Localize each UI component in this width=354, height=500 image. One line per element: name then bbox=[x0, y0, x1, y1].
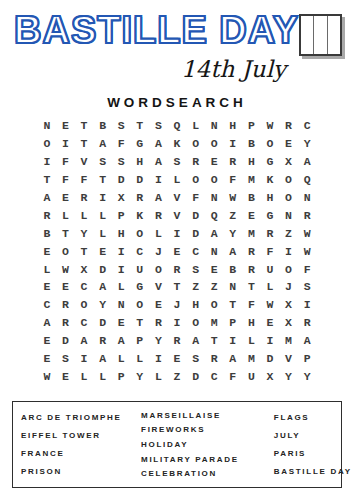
grid-cell: L bbox=[75, 367, 94, 385]
word-item: FIREWORKS bbox=[141, 425, 274, 434]
grid-cell: N bbox=[112, 296, 131, 314]
grid-cell: A bbox=[298, 332, 317, 350]
grid-cell: O bbox=[149, 260, 168, 278]
grid-cell: E bbox=[56, 117, 75, 135]
grid-cell: C bbox=[131, 242, 150, 260]
grid-cell: R bbox=[186, 153, 205, 171]
grid-cell: T bbox=[75, 242, 94, 260]
grid-cell: R bbox=[298, 206, 317, 224]
grid-cell: E bbox=[149, 296, 168, 314]
grid-cell: E bbox=[168, 242, 187, 260]
subtitle: 14th July bbox=[0, 56, 354, 82]
grid-cell: W bbox=[261, 117, 280, 135]
grid-cell: T bbox=[56, 224, 75, 242]
grid-cell: L bbox=[131, 350, 150, 368]
grid-cell: U bbox=[261, 260, 280, 278]
word-item: FLAGS bbox=[274, 413, 352, 422]
grid-cell: Y bbox=[223, 224, 242, 242]
grid-cell: C bbox=[75, 314, 94, 332]
grid-cell: E bbox=[56, 278, 75, 296]
grid-cell: O bbox=[279, 260, 298, 278]
grid-cell: H bbox=[131, 153, 150, 171]
grid-cell: O bbox=[205, 296, 224, 314]
grid-cell: D bbox=[56, 332, 75, 350]
grid-cell: S bbox=[112, 117, 131, 135]
word-column-1: ARC DE TRIOMPHEEIFFEL TOWERFRANCEPRISON bbox=[21, 408, 141, 481]
grid-cell: R bbox=[168, 260, 187, 278]
grid-cell: Y bbox=[279, 367, 298, 385]
french-flag-icon bbox=[299, 14, 342, 56]
grid-cell: F bbox=[261, 242, 280, 260]
grid-cell: L bbox=[93, 224, 112, 242]
grid-cell: T bbox=[131, 314, 150, 332]
grid-cell: T bbox=[168, 278, 187, 296]
grid-cell: F bbox=[242, 296, 261, 314]
grid-cell: I bbox=[149, 171, 168, 189]
grid-cell: B bbox=[223, 260, 242, 278]
grid-cell: X bbox=[261, 367, 280, 385]
grid-cell: T bbox=[242, 278, 261, 296]
grid-cell: L bbox=[149, 367, 168, 385]
grid-cell: W bbox=[56, 260, 75, 278]
grid-cell: R bbox=[261, 224, 280, 242]
grid-cell: H bbox=[186, 296, 205, 314]
grid-cell: R bbox=[38, 206, 57, 224]
grid-cell: U bbox=[131, 260, 150, 278]
grid-cell: O bbox=[131, 296, 150, 314]
grid-cell: Y bbox=[131, 367, 150, 385]
grid-cell: A bbox=[93, 350, 112, 368]
grid-cell: Y bbox=[298, 135, 317, 153]
word-item: MARSEILLAISE bbox=[141, 411, 274, 420]
grid-cell: I bbox=[56, 135, 75, 153]
grid-cell: S bbox=[168, 153, 187, 171]
grid-cell: A bbox=[223, 350, 242, 368]
grid-cell: L bbox=[149, 224, 168, 242]
grid-cell: N bbox=[205, 189, 224, 207]
grid-cell: F bbox=[223, 367, 242, 385]
grid-cell: E bbox=[38, 332, 57, 350]
grid-cell: Z bbox=[205, 278, 224, 296]
grid-cell: T bbox=[38, 171, 57, 189]
grid-cell: Z bbox=[223, 206, 242, 224]
grid-cell: T bbox=[75, 135, 94, 153]
grid-cell: V bbox=[168, 189, 187, 207]
grid-cell: A bbox=[38, 314, 57, 332]
grid-cell: I bbox=[168, 224, 187, 242]
grid-cell: N bbox=[38, 117, 57, 135]
grid-cell: W bbox=[298, 242, 317, 260]
grid-cell: F bbox=[298, 260, 317, 278]
grid-cell: E bbox=[261, 314, 280, 332]
grid-cell: E bbox=[93, 242, 112, 260]
grid-cell: O bbox=[186, 135, 205, 153]
grid-cell: X bbox=[279, 314, 298, 332]
grid-cell: R bbox=[168, 332, 187, 350]
grid-cell: A bbox=[112, 332, 131, 350]
grid-cell: N bbox=[223, 278, 242, 296]
grid-cell: A bbox=[93, 135, 112, 153]
grid-cell: P bbox=[112, 206, 131, 224]
grid-cell: C bbox=[38, 296, 57, 314]
grid-cell: D bbox=[186, 206, 205, 224]
grid-cell: A bbox=[186, 332, 205, 350]
grid-cell: H bbox=[223, 117, 242, 135]
grid-cell: D bbox=[186, 224, 205, 242]
grid-cell: F bbox=[112, 135, 131, 153]
grid-cell: B bbox=[38, 224, 57, 242]
grid-cell: V bbox=[279, 350, 298, 368]
wordsearch-heading: WORDSEARCH bbox=[0, 95, 354, 110]
grid-cell: G bbox=[131, 278, 150, 296]
grid-cell: I bbox=[149, 350, 168, 368]
grid-cell: L bbox=[186, 117, 205, 135]
grid-cell: N bbox=[205, 117, 224, 135]
grid-cell: E bbox=[56, 189, 75, 207]
grid-cell: O bbox=[56, 242, 75, 260]
grid-cell: G bbox=[261, 206, 280, 224]
grid-cell: F bbox=[75, 171, 94, 189]
grid-cell: A bbox=[93, 278, 112, 296]
grid-cell: L bbox=[112, 350, 131, 368]
grid-cell: E bbox=[168, 350, 187, 368]
grid-cell: M bbox=[279, 332, 298, 350]
grid-cell: D bbox=[261, 350, 280, 368]
grid-cell: Z bbox=[168, 367, 187, 385]
word-item: CELEBRATION bbox=[141, 469, 274, 478]
grid-cell: A bbox=[38, 189, 57, 207]
grid-cell: V bbox=[168, 206, 187, 224]
grid-cell: I bbox=[38, 153, 57, 171]
grid-cell: A bbox=[223, 242, 242, 260]
grid-cell: R bbox=[149, 206, 168, 224]
grid-cell: D bbox=[93, 260, 112, 278]
grid-cell: L bbox=[112, 278, 131, 296]
word-column-2: MARSEILLAISEFIREWORKSHOLIDAYMILITARY PAR… bbox=[141, 408, 274, 481]
grid-cell: R bbox=[242, 242, 261, 260]
flag-stripe bbox=[327, 16, 340, 54]
grid-cell: O bbox=[261, 135, 280, 153]
grid-cell: Z bbox=[279, 224, 298, 242]
word-item: JULY bbox=[274, 431, 352, 440]
grid-cell: L bbox=[168, 171, 187, 189]
grid-cell: H bbox=[242, 314, 261, 332]
grid-cell: O bbox=[205, 135, 224, 153]
grid-cell: W bbox=[298, 224, 317, 242]
grid-cell: E bbox=[112, 314, 131, 332]
grid-cell: C bbox=[205, 367, 224, 385]
grid-cell: A bbox=[149, 153, 168, 171]
grid-cell: A bbox=[205, 224, 224, 242]
grid-cell: F bbox=[56, 171, 75, 189]
word-item: BASTILLE DAY bbox=[274, 467, 352, 476]
grid-cell: K bbox=[168, 135, 187, 153]
grid-cell: I bbox=[168, 314, 187, 332]
grid-cell: X bbox=[112, 189, 131, 207]
grid-cell: G bbox=[131, 135, 150, 153]
grid-cell: P bbox=[223, 314, 242, 332]
grid-cell: I bbox=[298, 296, 317, 314]
word-item: ARC DE TRIOMPHE bbox=[21, 413, 141, 422]
grid-cell: M bbox=[242, 350, 261, 368]
grid-cell: R bbox=[131, 189, 150, 207]
grid-cell: L bbox=[93, 367, 112, 385]
grid-cell: E bbox=[38, 242, 57, 260]
grid-cell: C bbox=[75, 278, 94, 296]
grid-cell: E bbox=[205, 260, 224, 278]
grid-cell: E bbox=[279, 135, 298, 153]
grid-cell: Z bbox=[186, 278, 205, 296]
grid-cell: E bbox=[38, 278, 57, 296]
grid-cell: W bbox=[223, 189, 242, 207]
grid-cell: S bbox=[186, 350, 205, 368]
grid-cell: V bbox=[75, 153, 94, 171]
flag-stripe bbox=[301, 16, 313, 54]
grid-cell: I bbox=[112, 242, 131, 260]
grid-cell: M bbox=[242, 171, 261, 189]
grid-cell: E bbox=[38, 350, 57, 368]
grid-cell: F bbox=[223, 171, 242, 189]
grid-cell: R bbox=[223, 153, 242, 171]
grid-cell: N bbox=[205, 242, 224, 260]
grid-cell: A bbox=[149, 189, 168, 207]
grid-cell: T bbox=[93, 171, 112, 189]
grid-cell: X bbox=[279, 296, 298, 314]
word-item: PRISON bbox=[21, 467, 141, 476]
grid-cell: E bbox=[242, 206, 261, 224]
grid-cell: P bbox=[242, 117, 261, 135]
grid-cell: O bbox=[279, 189, 298, 207]
grid-cell: B bbox=[242, 189, 261, 207]
grid-cell: R bbox=[149, 314, 168, 332]
grid-cell: K bbox=[261, 171, 280, 189]
page: BASTILLE DAY 14th July WORDSEARCH NETBST… bbox=[0, 0, 354, 385]
grid-cell: C bbox=[186, 242, 205, 260]
word-item: PARIS bbox=[274, 449, 352, 458]
grid-cell: Y bbox=[149, 332, 168, 350]
grid-cell: R bbox=[298, 314, 317, 332]
grid-cell: H bbox=[112, 224, 131, 242]
grid-cell: R bbox=[279, 117, 298, 135]
grid-cell: T bbox=[75, 117, 94, 135]
grid-cell: F bbox=[186, 189, 205, 207]
grid-cell: I bbox=[223, 332, 242, 350]
grid-cell: I bbox=[261, 332, 280, 350]
flag-stripe bbox=[313, 16, 326, 54]
word-column-3: FLAGSJULYPARISBASTILLE DAY bbox=[274, 408, 352, 481]
grid-cell: P bbox=[298, 350, 317, 368]
grid-cell: I bbox=[223, 135, 242, 153]
grid-cell: R bbox=[56, 296, 75, 314]
grid-cell: M bbox=[242, 224, 261, 242]
grid-cell: S bbox=[186, 260, 205, 278]
grid-cell: L bbox=[242, 332, 261, 350]
word-list-box: ARC DE TRIOMPHEEIFFEL TOWERFRANCEPRISON … bbox=[12, 401, 342, 488]
grid-cell: K bbox=[131, 206, 150, 224]
grid-cell: J bbox=[279, 278, 298, 296]
grid-cell: O bbox=[131, 224, 150, 242]
grid-cell: T bbox=[205, 332, 224, 350]
grid-cell: A bbox=[75, 332, 94, 350]
grid-cell: R bbox=[205, 350, 224, 368]
grid-cell: Q bbox=[168, 117, 187, 135]
grid-cell: O bbox=[205, 171, 224, 189]
grid-cell: O bbox=[186, 171, 205, 189]
grid-cell: C bbox=[298, 117, 317, 135]
grid-cell: R bbox=[242, 260, 261, 278]
grid-cell: F bbox=[56, 153, 75, 171]
grid-cell: R bbox=[56, 314, 75, 332]
grid-cell: J bbox=[168, 296, 187, 314]
word-item: EIFFEL TOWER bbox=[21, 431, 141, 440]
grid-cell: T bbox=[131, 117, 150, 135]
grid-cell: S bbox=[298, 278, 317, 296]
grid-cell: L bbox=[56, 206, 75, 224]
grid-cell: S bbox=[56, 350, 75, 368]
word-item: HOLIDAY bbox=[141, 440, 274, 449]
grid-cell: D bbox=[112, 171, 131, 189]
word-item: MILITARY PARADE bbox=[141, 455, 274, 464]
grid-cell: X bbox=[75, 260, 94, 278]
grid-cell: P bbox=[131, 332, 150, 350]
grid-cell: Y bbox=[93, 296, 112, 314]
grid-cell: O bbox=[75, 296, 94, 314]
grid-cell: H bbox=[261, 189, 280, 207]
grid-cell: L bbox=[93, 206, 112, 224]
grid-cell: D bbox=[93, 314, 112, 332]
grid-cell: N bbox=[279, 206, 298, 224]
header: BASTILLE DAY bbox=[0, 0, 354, 56]
grid-cell: O bbox=[186, 314, 205, 332]
wordsearch-grid: NETBSTSQLNHPWRCOITAFGAKOOIBOEYIFVSSHASRE… bbox=[38, 117, 317, 385]
grid-cell: G bbox=[261, 153, 280, 171]
grid-cell: B bbox=[93, 117, 112, 135]
grid-cell: A bbox=[149, 135, 168, 153]
grid-cell: W bbox=[38, 367, 57, 385]
grid-cell: T bbox=[223, 296, 242, 314]
grid-cell: W bbox=[261, 296, 280, 314]
grid-cell: Y bbox=[298, 367, 317, 385]
grid-cell: R bbox=[93, 332, 112, 350]
grid-cell: P bbox=[112, 367, 131, 385]
grid-cell: E bbox=[56, 367, 75, 385]
grid-cell: X bbox=[279, 153, 298, 171]
grid-cell: L bbox=[75, 206, 94, 224]
grid-cell: B bbox=[242, 135, 261, 153]
grid-cell: D bbox=[131, 171, 150, 189]
grid-cell: M bbox=[205, 314, 224, 332]
grid-cell: S bbox=[93, 153, 112, 171]
grid-cell: O bbox=[38, 135, 57, 153]
grid-cell: Q bbox=[205, 206, 224, 224]
page-title: BASTILLE DAY bbox=[14, 12, 299, 48]
grid-cell: L bbox=[38, 260, 57, 278]
grid-cell: O bbox=[279, 171, 298, 189]
grid-cell: R bbox=[75, 189, 94, 207]
grid-cell: J bbox=[149, 242, 168, 260]
grid-cell: D bbox=[186, 367, 205, 385]
grid-cell: V bbox=[149, 278, 168, 296]
grid-cell: H bbox=[242, 153, 261, 171]
grid-cell: S bbox=[149, 117, 168, 135]
grid-cell: Q bbox=[298, 171, 317, 189]
grid-cell: I bbox=[75, 350, 94, 368]
grid-cell: I bbox=[279, 242, 298, 260]
grid-cell: E bbox=[205, 153, 224, 171]
grid-cell: S bbox=[112, 153, 131, 171]
grid-cell: Y bbox=[75, 224, 94, 242]
grid-cell: I bbox=[112, 260, 131, 278]
word-item: FRANCE bbox=[21, 449, 141, 458]
grid-cell: L bbox=[261, 278, 280, 296]
grid-cell: A bbox=[298, 153, 317, 171]
grid-cell: N bbox=[298, 189, 317, 207]
grid-cell: U bbox=[242, 367, 261, 385]
grid-cell: I bbox=[93, 189, 112, 207]
